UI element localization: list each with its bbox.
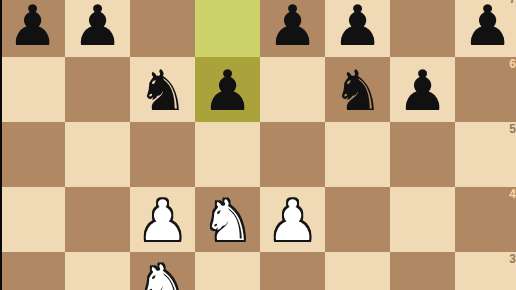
rank-label-3: 3 [509,253,516,265]
square-a7[interactable]: ♟ [0,0,65,57]
black-pawn: ♟ [462,0,512,54]
square-e7[interactable]: ♟ [260,0,325,57]
square-b5[interactable] [65,122,130,187]
square-f3[interactable] [325,252,390,290]
white-knight: ♞ [202,193,252,249]
square-a5[interactable] [0,122,65,187]
chess-board: ♟♟♟♟♟7♞♟♞♟65♟♞♟4♞3 [0,0,516,290]
left-border-strip [0,0,2,290]
square-b3[interactable] [65,252,130,290]
square-c7[interactable] [130,0,195,57]
square-f7[interactable]: ♟ [325,0,390,57]
square-b6[interactable] [65,57,130,122]
square-e5[interactable] [260,122,325,187]
square-h3[interactable]: 3 [455,252,516,290]
rank-label-5: 5 [509,123,516,135]
white-knight: ♞ [137,258,187,290]
square-b4[interactable] [65,187,130,252]
chess-board-screenshot: ♟♟♟♟♟7♞♟♞♟65♟♞♟4♞3 [0,0,516,290]
square-a4[interactable] [0,187,65,252]
square-b7[interactable]: ♟ [65,0,130,57]
square-d7[interactable] [195,0,260,57]
square-h4[interactable]: 4 [455,187,516,252]
square-f6[interactable]: ♞ [325,57,390,122]
black-pawn: ♟ [72,0,122,54]
black-knight: ♞ [332,63,382,119]
rank-label-7: 7 [509,0,516,5]
square-d3[interactable] [195,252,260,290]
square-f4[interactable] [325,187,390,252]
rank-label-6: 6 [509,58,516,70]
square-h7[interactable]: ♟7 [455,0,516,57]
square-c6[interactable]: ♞ [130,57,195,122]
square-c5[interactable] [130,122,195,187]
square-h5[interactable]: 5 [455,122,516,187]
white-pawn: ♟ [267,193,317,249]
black-pawn: ♟ [7,0,57,54]
square-g7[interactable] [390,0,455,57]
square-d6[interactable]: ♟ [195,57,260,122]
rank-label-4: 4 [509,188,516,200]
square-c3[interactable]: ♞ [130,252,195,290]
black-knight: ♞ [137,63,187,119]
square-a6[interactable] [0,57,65,122]
square-a3[interactable] [0,252,65,290]
square-e3[interactable] [260,252,325,290]
square-g4[interactable] [390,187,455,252]
square-c4[interactable]: ♟ [130,187,195,252]
black-pawn: ♟ [202,63,252,119]
white-pawn: ♟ [137,193,187,249]
square-h6[interactable]: 6 [455,57,516,122]
black-pawn: ♟ [332,0,382,54]
black-pawn: ♟ [397,63,447,119]
square-d4[interactable]: ♞ [195,187,260,252]
square-f5[interactable] [325,122,390,187]
black-pawn: ♟ [267,0,317,54]
square-g6[interactable]: ♟ [390,57,455,122]
square-d5[interactable] [195,122,260,187]
square-g5[interactable] [390,122,455,187]
square-g3[interactable] [390,252,455,290]
square-e4[interactable]: ♟ [260,187,325,252]
square-e6[interactable] [260,57,325,122]
